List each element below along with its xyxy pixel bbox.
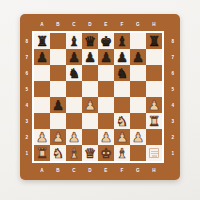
square-f4[interactable]: [114, 97, 130, 113]
square-e5[interactable]: [98, 81, 114, 97]
square-a1[interactable]: ♜: [34, 145, 50, 161]
square-a7[interactable]: ♟: [34, 49, 50, 65]
coord-label-2: 2: [167, 129, 179, 145]
black-pawn-f7: ♟: [116, 49, 128, 65]
black-pawn-a7: ♟: [36, 49, 48, 65]
square-b4[interactable]: ♟: [50, 97, 66, 113]
square-d1[interactable]: ♛: [82, 145, 98, 161]
white-pawn-f2: ♟: [116, 129, 128, 145]
coord-label-h: H: [146, 19, 162, 29]
coord-label-b: B: [50, 19, 66, 29]
square-c5[interactable]: [66, 81, 82, 97]
coord-label-h: H: [146, 165, 162, 175]
file-labels-top: ABCDEFGH: [34, 19, 162, 29]
black-pawn-e7: ♟: [100, 49, 112, 65]
square-e3[interactable]: [98, 113, 114, 129]
square-g2[interactable]: ♟: [130, 129, 146, 145]
square-e6[interactable]: [98, 65, 114, 81]
square-d6[interactable]: [82, 65, 98, 81]
manufacturer-logo-stamp: [149, 148, 159, 158]
square-d5[interactable]: [82, 81, 98, 97]
square-g3[interactable]: [130, 113, 146, 129]
square-c3[interactable]: [66, 113, 82, 129]
square-b8[interactable]: [50, 33, 66, 49]
chessboard: ABCDEFGH ABCDEFGH 87654321 87654321 ♜♝♛♚…: [20, 14, 180, 180]
square-d3[interactable]: [82, 113, 98, 129]
white-bishop-c1: ♝: [68, 145, 80, 161]
square-a3[interactable]: [34, 113, 50, 129]
white-pawn-g2: ♟: [132, 129, 144, 145]
square-f8[interactable]: ♝: [114, 33, 130, 49]
square-h2[interactable]: [146, 129, 162, 145]
coord-label-c: C: [66, 19, 82, 29]
square-b3[interactable]: [50, 113, 66, 129]
rank-labels-right: 87654321: [167, 33, 179, 161]
white-pawn-c2: ♟: [68, 129, 80, 145]
square-g8[interactable]: [130, 33, 146, 49]
square-f7[interactable]: ♟: [114, 49, 130, 65]
white-pawn-h4: ♟: [148, 97, 160, 113]
black-knight-f6: ♞: [116, 65, 128, 81]
coord-label-c: C: [66, 165, 82, 175]
white-pawn-d4: ♟: [84, 97, 96, 113]
square-h6[interactable]: [146, 65, 162, 81]
coord-label-7: 7: [167, 49, 179, 65]
file-labels-bottom: ABCDEFGH: [34, 165, 162, 175]
board-grid: ♜♝♛♚♝♜♟♟♟♟♟♟♞♞♟♟♟♞♜♟♟♟♟♟♟♜♞♝♛♚♝: [34, 33, 162, 161]
white-queen-d1: ♛: [84, 145, 96, 161]
white-rook-a1: ♜: [36, 145, 48, 161]
square-d4[interactable]: ♟: [82, 97, 98, 113]
square-e7[interactable]: ♟: [98, 49, 114, 65]
square-b1[interactable]: ♞: [50, 145, 66, 161]
black-bishop-c8: ♝: [68, 33, 80, 49]
coord-label-g: G: [130, 165, 146, 175]
black-knight-c6: ♞: [68, 65, 80, 81]
square-g4[interactable]: [130, 97, 146, 113]
square-d2[interactable]: [82, 129, 98, 145]
square-b2[interactable]: ♟: [50, 129, 66, 145]
square-c4[interactable]: [66, 97, 82, 113]
square-c7[interactable]: ♟: [66, 49, 82, 65]
square-f6[interactable]: ♞: [114, 65, 130, 81]
square-h1[interactable]: [146, 145, 162, 161]
square-f5[interactable]: [114, 81, 130, 97]
square-h4[interactable]: ♟: [146, 97, 162, 113]
square-e8[interactable]: ♚: [98, 33, 114, 49]
coord-label-e: E: [98, 19, 114, 29]
coord-label-4: 4: [167, 97, 179, 113]
coord-label-8: 8: [167, 33, 179, 49]
square-f2[interactable]: ♟: [114, 129, 130, 145]
square-g5[interactable]: [130, 81, 146, 97]
white-knight-f3: ♞: [116, 113, 128, 129]
white-pawn-a2: ♟: [36, 129, 48, 145]
square-h7[interactable]: [146, 49, 162, 65]
square-a4[interactable]: [34, 97, 50, 113]
white-rook-h3: ♜: [148, 113, 160, 129]
black-pawn-d7: ♟: [84, 49, 96, 65]
black-pawn-g7: ♟: [132, 49, 144, 65]
black-bishop-f8: ♝: [116, 33, 128, 49]
square-h8[interactable]: ♜: [146, 33, 162, 49]
white-knight-b1: ♞: [52, 145, 64, 161]
white-pawn-b2: ♟: [52, 129, 64, 145]
coord-label-6: 6: [167, 65, 179, 81]
square-f3[interactable]: ♞: [114, 113, 130, 129]
square-c6[interactable]: ♞: [66, 65, 82, 81]
coord-label-5: 5: [167, 81, 179, 97]
square-f1[interactable]: ♝: [114, 145, 130, 161]
white-pawn-e2: ♟: [100, 129, 112, 145]
square-g1[interactable]: [130, 145, 146, 161]
black-pawn-c7: ♟: [68, 49, 80, 65]
square-a2[interactable]: ♟: [34, 129, 50, 145]
coord-label-1: 1: [167, 145, 179, 161]
square-a5[interactable]: [34, 81, 50, 97]
square-b6[interactable]: [50, 65, 66, 81]
coord-label-d: D: [82, 19, 98, 29]
white-bishop-f1: ♝: [116, 145, 128, 161]
square-c8[interactable]: ♝: [66, 33, 82, 49]
coord-label-a: A: [34, 19, 50, 29]
square-g7[interactable]: ♟: [130, 49, 146, 65]
coord-label-f: F: [114, 19, 130, 29]
square-a6[interactable]: [34, 65, 50, 81]
square-d7[interactable]: ♟: [82, 49, 98, 65]
square-a8[interactable]: ♜: [34, 33, 50, 49]
square-b5[interactable]: [50, 81, 66, 97]
board-inner-frame: ♜♝♛♚♝♜♟♟♟♟♟♟♞♞♟♟♟♞♜♟♟♟♟♟♟♜♞♝♛♚♝: [32, 31, 164, 163]
black-king-e8: ♚: [100, 33, 112, 49]
coord-label-b: B: [50, 165, 66, 175]
coord-label-d: D: [82, 165, 98, 175]
square-e2[interactable]: ♟: [98, 129, 114, 145]
square-e1[interactable]: ♚: [98, 145, 114, 161]
square-c2[interactable]: ♟: [66, 129, 82, 145]
square-b7[interactable]: [50, 49, 66, 65]
coord-label-3: 3: [167, 113, 179, 129]
coord-label-a: A: [34, 165, 50, 175]
black-pawn-b4: ♟: [52, 97, 64, 113]
square-c1[interactable]: ♝: [66, 145, 82, 161]
square-h3[interactable]: ♜: [146, 113, 162, 129]
black-rook-a8: ♜: [36, 33, 48, 49]
coord-label-e: E: [98, 165, 114, 175]
coord-label-g: G: [130, 19, 146, 29]
black-queen-d8: ♛: [84, 33, 96, 49]
white-king-e1: ♚: [100, 145, 112, 161]
square-g6[interactable]: [130, 65, 146, 81]
square-d8[interactable]: ♛: [82, 33, 98, 49]
black-rook-h8: ♜: [148, 33, 160, 49]
coord-label-f: F: [114, 165, 130, 175]
square-h5[interactable]: [146, 81, 162, 97]
square-e4[interactable]: [98, 97, 114, 113]
